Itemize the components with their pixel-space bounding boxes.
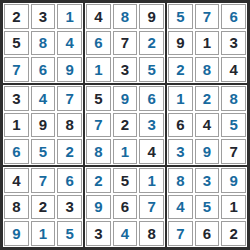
cell-r6c5[interactable]: 1	[113, 139, 138, 164]
cell-r3c7[interactable]: 2	[168, 57, 193, 82]
cell-r1c6[interactable]: 9	[139, 4, 164, 29]
cell-r5c1[interactable]: 1	[4, 113, 29, 138]
cell-r3c1[interactable]: 7	[4, 57, 29, 82]
box-1-3: 576913284	[167, 3, 247, 83]
cell-r6c4[interactable]: 8	[86, 139, 111, 164]
cell-r7c5[interactable]: 5	[113, 168, 138, 193]
cell-r8c7[interactable]: 4	[168, 195, 193, 220]
cell-r8c6[interactable]: 7	[139, 195, 164, 220]
box-1-2: 489672135	[85, 3, 165, 83]
cell-r2c4[interactable]: 6	[86, 31, 111, 56]
cell-r3c8[interactable]: 8	[195, 57, 220, 82]
cell-r8c8[interactable]: 5	[195, 195, 220, 220]
cell-r9c9[interactable]: 2	[221, 221, 246, 246]
cell-r4c9[interactable]: 8	[221, 86, 246, 111]
cell-r2c1[interactable]: 5	[4, 31, 29, 56]
cell-r9c7[interactable]: 7	[168, 221, 193, 246]
cell-r5c4[interactable]: 7	[86, 113, 111, 138]
cell-r7c4[interactable]: 2	[86, 168, 111, 193]
cell-r9c5[interactable]: 4	[113, 221, 138, 246]
cell-r6c6[interactable]: 4	[139, 139, 164, 164]
cell-r6c3[interactable]: 2	[57, 139, 82, 164]
cell-r5c2[interactable]: 9	[31, 113, 56, 138]
cell-r1c2[interactable]: 3	[31, 4, 56, 29]
cell-r9c3[interactable]: 5	[57, 221, 82, 246]
cell-r4c5[interactable]: 9	[113, 86, 138, 111]
cell-r5c8[interactable]: 4	[195, 113, 220, 138]
cell-r7c9[interactable]: 9	[221, 168, 246, 193]
cell-r4c2[interactable]: 4	[31, 86, 56, 111]
cell-r2c9[interactable]: 3	[221, 31, 246, 56]
cell-r2c6[interactable]: 2	[139, 31, 164, 56]
box-2-3: 128645397	[167, 85, 247, 165]
cell-r1c9[interactable]: 6	[221, 4, 246, 29]
cell-r1c5[interactable]: 8	[113, 4, 138, 29]
cell-r2c7[interactable]: 9	[168, 31, 193, 56]
cell-r8c2[interactable]: 2	[31, 195, 56, 220]
cell-r8c3[interactable]: 3	[57, 195, 82, 220]
cell-r7c2[interactable]: 7	[31, 168, 56, 193]
cell-r8c9[interactable]: 1	[221, 195, 246, 220]
cell-r3c3[interactable]: 9	[57, 57, 82, 82]
cell-r8c5[interactable]: 6	[113, 195, 138, 220]
sudoku-board: 2315847694896721355769132843471986525967…	[0, 0, 250, 250]
cell-r4c6[interactable]: 6	[139, 86, 164, 111]
box-2-2: 596723814	[85, 85, 165, 165]
cell-r2c8[interactable]: 1	[195, 31, 220, 56]
cell-r5c3[interactable]: 8	[57, 113, 82, 138]
box-3-1: 476823915	[3, 167, 83, 247]
cell-r9c6[interactable]: 8	[139, 221, 164, 246]
cell-r2c5[interactable]: 7	[113, 31, 138, 56]
box-1-1: 231584769	[3, 3, 83, 83]
cell-r9c1[interactable]: 9	[4, 221, 29, 246]
cell-r3c4[interactable]: 1	[86, 57, 111, 82]
cell-r7c7[interactable]: 8	[168, 168, 193, 193]
cell-r1c4[interactable]: 4	[86, 4, 111, 29]
cell-r4c3[interactable]: 7	[57, 86, 82, 111]
cell-r4c1[interactable]: 3	[4, 86, 29, 111]
cell-r7c1[interactable]: 4	[4, 168, 29, 193]
cell-r6c8[interactable]: 9	[195, 139, 220, 164]
cell-r7c6[interactable]: 1	[139, 168, 164, 193]
cell-r9c4[interactable]: 3	[86, 221, 111, 246]
cell-r3c5[interactable]: 3	[113, 57, 138, 82]
cell-r2c2[interactable]: 8	[31, 31, 56, 56]
box-2-1: 347198652	[3, 85, 83, 165]
cell-r5c6[interactable]: 3	[139, 113, 164, 138]
cell-r9c8[interactable]: 6	[195, 221, 220, 246]
cell-r5c7[interactable]: 6	[168, 113, 193, 138]
cell-r8c4[interactable]: 9	[86, 195, 111, 220]
box-3-2: 251967348	[85, 167, 165, 247]
cell-r1c3[interactable]: 1	[57, 4, 82, 29]
cell-r4c7[interactable]: 1	[168, 86, 193, 111]
cell-r1c1[interactable]: 2	[4, 4, 29, 29]
cell-r8c1[interactable]: 8	[4, 195, 29, 220]
cell-r5c9[interactable]: 5	[221, 113, 246, 138]
cell-r3c2[interactable]: 6	[31, 57, 56, 82]
cell-r1c7[interactable]: 5	[168, 4, 193, 29]
cell-r6c1[interactable]: 6	[4, 139, 29, 164]
cell-r6c2[interactable]: 5	[31, 139, 56, 164]
cell-r3c9[interactable]: 4	[221, 57, 246, 82]
cell-r6c9[interactable]: 7	[221, 139, 246, 164]
cell-r9c2[interactable]: 1	[31, 221, 56, 246]
cell-r6c7[interactable]: 3	[168, 139, 193, 164]
cell-r7c8[interactable]: 3	[195, 168, 220, 193]
cell-r1c8[interactable]: 7	[195, 4, 220, 29]
cell-r4c4[interactable]: 5	[86, 86, 111, 111]
cell-r7c3[interactable]: 6	[57, 168, 82, 193]
cell-r2c3[interactable]: 4	[57, 31, 82, 56]
cell-r4c8[interactable]: 2	[195, 86, 220, 111]
cell-r3c6[interactable]: 5	[139, 57, 164, 82]
cell-r5c5[interactable]: 2	[113, 113, 138, 138]
box-3-3: 839451762	[167, 167, 247, 247]
